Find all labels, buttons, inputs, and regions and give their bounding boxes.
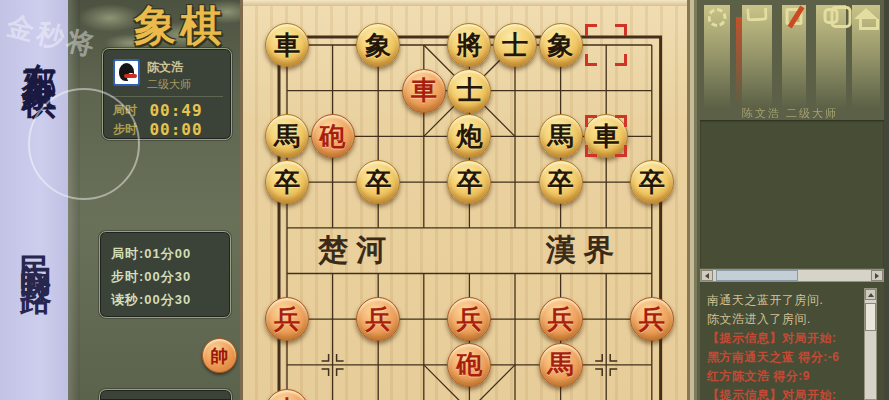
piece-red[interactable]: 砲 [311, 114, 355, 158]
scrollbar-thumb[interactable] [716, 270, 798, 281]
rule-move-time: 步时:00分30 [111, 268, 191, 286]
piece-black[interactable]: 士 [493, 23, 537, 67]
chat-message: 红方陈文浩 得分:9 [707, 367, 865, 386]
scroll-left-button[interactable] [701, 270, 713, 281]
piece-black[interactable]: 炮 [447, 114, 491, 158]
piece-black[interactable]: 象 [539, 23, 583, 67]
piece-red[interactable]: 兵 [447, 297, 491, 341]
left-arrow-icon [705, 273, 709, 279]
gear-icon [708, 8, 727, 27]
divider [111, 96, 223, 97]
red-side-indicator-piece: 帥 [202, 338, 237, 373]
scroll-up-button[interactable] [865, 289, 876, 300]
home-icon [854, 8, 878, 19]
player-avatar[interactable] [113, 59, 140, 86]
ghost-smear-text: 陈文浩 二级大师 [700, 106, 880, 121]
horizontal-scrollbar[interactable] [700, 269, 884, 282]
chat-message: 【提示信息】对局开始: [707, 386, 865, 400]
bottom-panel-stub [99, 389, 232, 400]
copy-icon [824, 8, 839, 24]
piece-red[interactable]: 砲 [447, 343, 491, 387]
last-move-marker [585, 24, 627, 66]
vertical-scrollbar[interactable] [864, 288, 877, 400]
piece-black[interactable]: 車 [265, 23, 309, 67]
right-arrow-icon [875, 273, 879, 279]
scrollbar-thumb[interactable] [865, 303, 876, 331]
piece-black[interactable]: 馬 [265, 114, 309, 158]
game-logo: 象棋 [128, 0, 232, 54]
left-watermark-strip: 东邪象棋 民间野路 [0, 0, 68, 400]
chat-message: 【提示信息】对局开始: [707, 329, 865, 348]
scroll-right-button[interactable] [871, 270, 883, 281]
piece-red[interactable]: 兵 [265, 297, 309, 341]
xiangqi-board[interactable]: 楚河 漢界 車象將士象車士馬砲炮馬車卒卒卒卒卒兵兵兵兵兵砲馬車 [240, 0, 690, 400]
copy-button[interactable] [816, 5, 846, 118]
piece-red[interactable]: 馬 [539, 343, 583, 387]
piece-black[interactable]: 士 [447, 69, 491, 113]
piece-black[interactable]: 象 [356, 23, 400, 67]
qq-penguin-icon [119, 63, 134, 81]
panel-frame [884, 0, 889, 400]
player-rank-title: 二级大师 [147, 77, 191, 92]
rule-game-time: 局时:01分00 [111, 245, 191, 263]
stamp-watermark-circle [28, 88, 140, 200]
chat-messages: 南通天之蓝开了房间. 陈文浩进入了房间. 【提示信息】对局开始: 黑方南通天之蓝… [707, 291, 865, 400]
rule-byoyomi: 读秒:00分30 [111, 291, 191, 309]
piece-black[interactable]: 卒 [630, 160, 674, 204]
piece-black[interactable]: 馬 [539, 114, 583, 158]
panel-frame [694, 0, 697, 400]
piece-red[interactable]: 兵 [356, 297, 400, 341]
tray-icon [746, 7, 768, 21]
xiangqi-game-screen: 东邪象棋 民间野路 金秒将 象棋 陈文浩 二级大师 局时 00:49 步时 00… [0, 0, 889, 400]
chat-message: 南通天之蓝开了房间. [707, 291, 865, 310]
piece-black[interactable]: 卒 [356, 160, 400, 204]
move-list-panel [700, 120, 884, 268]
piece-black[interactable]: 卒 [265, 160, 309, 204]
settings-button[interactable] [704, 5, 730, 118]
pieces-layer: 車象將士象車士馬砲炮馬車卒卒卒卒卒兵兵兵兵兵砲馬車 [240, 0, 690, 400]
time-rules-panel: 局时:01分00 步时:00分30 读秒:00分30 [99, 231, 231, 318]
piece-black[interactable]: 將 [447, 23, 491, 67]
chat-message: 黑方南通天之蓝 得分:-6 [707, 348, 865, 367]
piece-black[interactable]: 卒 [539, 160, 583, 204]
chat-message: 陈文浩进入了房间. [707, 310, 865, 329]
piece-red[interactable]: 兵 [630, 297, 674, 341]
piece-red[interactable]: 兵 [539, 297, 583, 341]
right-panel: 陈文浩 二级大师 南通天之蓝开了房间. 陈文浩进入了房间. 【提示信息】对局开始… [690, 0, 889, 400]
watermark-subtitle: 民间野路 [14, 230, 58, 266]
move-time-value: 00:00 [149, 120, 202, 139]
piece-black[interactable]: 車 [584, 114, 628, 158]
flag-icon [786, 8, 803, 25]
game-time-value: 00:49 [149, 101, 202, 120]
chat-panel: 南通天之蓝开了房间. 陈文浩进入了房间. 【提示信息】对局开始: 黑方南通天之蓝… [700, 282, 884, 400]
exit-button[interactable] [852, 5, 880, 118]
piece-black[interactable]: 卒 [447, 160, 491, 204]
player-name: 陈文浩 [147, 59, 183, 76]
resign-button[interactable] [782, 5, 806, 118]
tray-button[interactable] [742, 5, 772, 118]
up-arrow-icon [868, 293, 874, 297]
piece-red[interactable]: 車 [265, 389, 309, 400]
piece-red[interactable]: 車 [402, 69, 446, 113]
